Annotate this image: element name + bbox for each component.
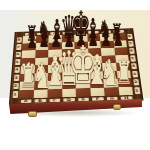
photo-scene: ABCDEFGH8877665544332211ABCDEFGH ♜♞♝♛♚♝♞… — [0, 0, 150, 150]
rank-label-3: 3 — [130, 70, 139, 78]
coordinate-plaque: G — [106, 96, 117, 100]
coordinate-plaque: 2 — [133, 79, 139, 86]
coordinate-plaque: 1 — [12, 91, 18, 98]
file-label-c: C — [47, 97, 61, 103]
coordinate-plaque: 3 — [13, 75, 19, 81]
coordinate-plaque: 5 — [15, 59, 20, 65]
coordinate-plaque: 1 — [134, 87, 140, 94]
rank-label-2: 2 — [131, 78, 140, 87]
coordinate-plaque: 6 — [15, 51, 20, 57]
coordinate-plaque: 6 — [129, 48, 135, 54]
coordinate-plaque: 8 — [16, 37, 21, 43]
coordinate-plaque: 8 — [127, 34, 133, 40]
coordinate-plaque: 5 — [130, 55, 136, 61]
coordinate-plaque: 4 — [131, 63, 137, 69]
coordinate-plaque: 4 — [14, 67, 19, 73]
file-label-a: A — [19, 98, 34, 104]
coordinate-plaque: H — [121, 96, 133, 100]
chess-board: ABCDEFGH8877665544332211ABCDEFGH — [10, 29, 142, 104]
coordinate-plaque: A — [20, 99, 31, 103]
file-label-b: B — [33, 98, 47, 104]
coordinate-plaque: B — [35, 99, 46, 103]
coordinate-plaque: F — [92, 97, 103, 101]
coordinate-plaque: C — [49, 98, 60, 102]
coordinate-plaque: 7 — [128, 41, 134, 47]
clasp-right-icon — [113, 104, 121, 110]
clasp-left-icon — [28, 111, 37, 117]
coordinate-plaque: D — [63, 98, 74, 102]
coordinate-plaque: 7 — [16, 44, 21, 50]
rank-label-1: 1 — [132, 86, 142, 95]
coordinate-plaque: E — [78, 97, 89, 101]
coordinate-plaque: 2 — [13, 83, 19, 90]
coordinate-plaque: 3 — [132, 71, 138, 77]
